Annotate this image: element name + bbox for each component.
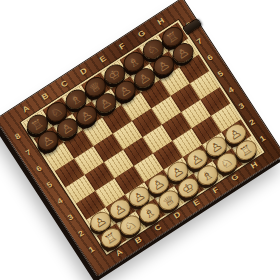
pawn-glyph-icon: ♙ (174, 44, 191, 61)
knight-glyph-icon: ♘ (48, 103, 65, 120)
king-glyph-icon: ♔ (179, 179, 196, 196)
bishop-glyph-icon: ♗ (125, 53, 142, 70)
bishop-glyph-icon: ♗ (67, 91, 84, 108)
knight-glyph-icon: ♘ (218, 154, 235, 171)
knight-glyph-icon: ♘ (121, 217, 138, 234)
pawn-glyph-icon: ♙ (97, 95, 114, 112)
pawn-glyph-icon: ♙ (130, 188, 147, 205)
rook-glyph-icon: ♖ (237, 142, 254, 159)
pieces-layer: ♖♘♗♕♔♗♘♖♙♙♙♙♙♙♙♙♙♙♙♙♙♙♙♙♖♘♗♕♔♗♘♖ (21, 22, 259, 252)
rook-glyph-icon: ♖ (102, 229, 119, 246)
queen-glyph-icon: ♕ (86, 78, 103, 95)
pawn-glyph-icon: ♙ (155, 57, 172, 74)
queen-glyph-icon: ♕ (160, 192, 177, 209)
pawn-glyph-icon: ♙ (135, 70, 152, 87)
pawn-glyph-icon: ♙ (92, 213, 109, 230)
photo-background: ABCDEFGH ABCDEFGH 87654321 87654321 ♖♘♗♕… (0, 0, 280, 280)
chess-board: ABCDEFGH ABCDEFGH 87654321 87654321 ♖♘♗♕… (0, 0, 280, 277)
knight-glyph-icon: ♘ (144, 41, 161, 58)
pawn-glyph-icon: ♙ (39, 132, 56, 149)
pawn-glyph-icon: ♙ (116, 82, 133, 99)
bishop-glyph-icon: ♗ (141, 204, 158, 221)
pawn-glyph-icon: ♙ (227, 125, 244, 142)
pawn-glyph-icon: ♙ (149, 176, 166, 193)
bishop-glyph-icon: ♗ (199, 167, 216, 184)
rook-glyph-icon: ♖ (164, 28, 181, 45)
pawn-glyph-icon: ♙ (169, 163, 186, 180)
king-glyph-icon: ♔ (106, 66, 123, 83)
pawn-glyph-icon: ♙ (111, 201, 128, 218)
pawn-glyph-icon: ♙ (78, 107, 95, 124)
rook-glyph-icon: ♖ (28, 116, 45, 133)
pawn-glyph-icon: ♙ (207, 138, 224, 155)
pawn-glyph-icon: ♙ (58, 120, 75, 137)
pawn-glyph-icon: ♙ (188, 151, 205, 168)
